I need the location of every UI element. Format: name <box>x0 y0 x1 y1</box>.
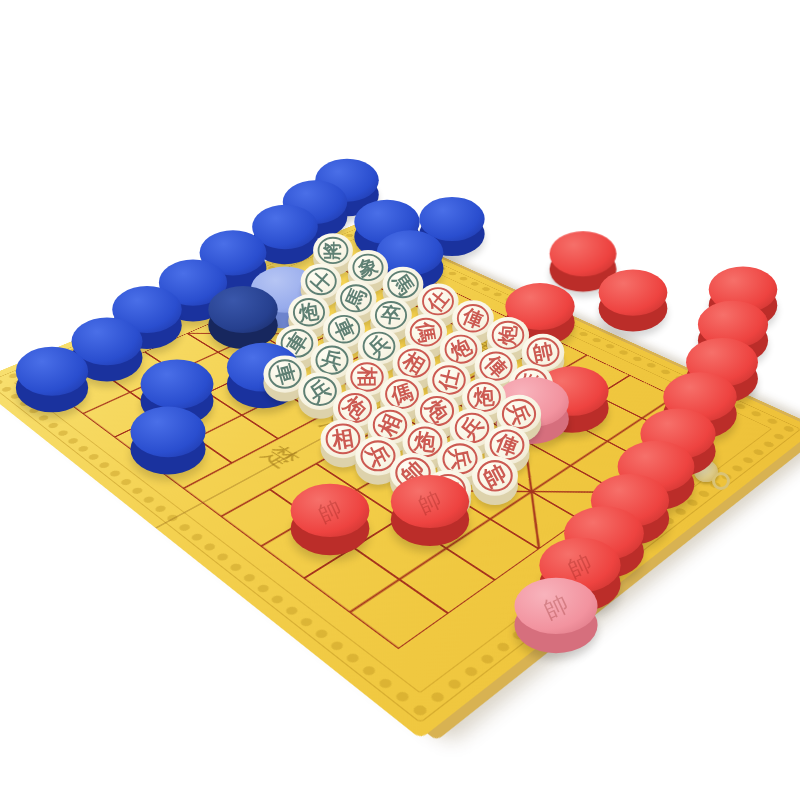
cap-top <box>599 269 668 315</box>
blue-cap <box>130 406 205 474</box>
blue-cap <box>16 347 88 412</box>
pink-cap: 帥 <box>514 578 597 653</box>
red-cap: 帥 <box>391 475 469 546</box>
cap-top <box>130 406 205 457</box>
photo-canvas: 楚 河 漢 界 象棋 將象士馬馬仕炮卒俥車傌炮車兵炮帥兵相俥車相仕兵兵傌炮炮炮兵… <box>0 0 800 800</box>
cap-top <box>16 347 88 396</box>
navy-cap <box>208 286 277 349</box>
cap-top <box>208 286 277 333</box>
xiangqi-disc-red: 帥 <box>472 456 518 505</box>
red-cap <box>599 269 668 331</box>
red-cap: 帥 <box>291 484 370 555</box>
cap-top <box>141 359 214 408</box>
piece-character: 帥 <box>465 447 524 504</box>
